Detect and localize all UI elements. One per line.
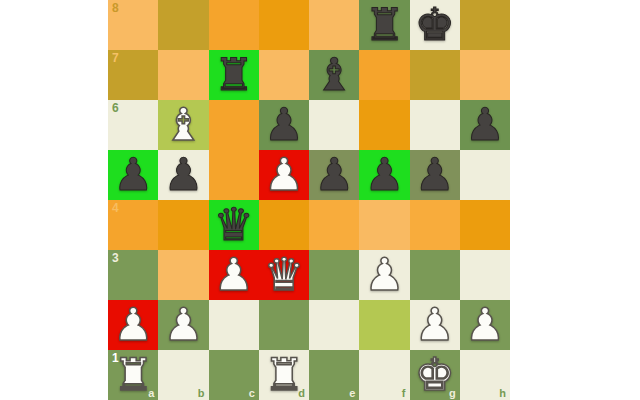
square-a4[interactable]: 4 [108,200,158,250]
square-b8[interactable] [158,0,208,50]
square-h2[interactable]: ♟ [460,300,510,350]
square-d3[interactable]: ♛ [259,250,309,300]
square-d8[interactable] [259,0,309,50]
chess-board: 8♜♚7♜♝6♝♟♟♟♟♟♟♟♟4♛3♟♛♟♟♟♟♟1a♜bcd♜efg♚h [108,0,510,400]
square-g5[interactable]: ♟ [410,150,460,200]
square-a7[interactable]: 7 [108,50,158,100]
square-f6[interactable] [359,100,409,150]
square-e2[interactable] [309,300,359,350]
square-d7[interactable] [259,50,309,100]
square-f3[interactable]: ♟ [359,250,409,300]
square-a6[interactable]: 6 [108,100,158,150]
black-pawn-f5[interactable]: ♟ [364,150,404,200]
square-h1[interactable]: h [460,350,510,400]
black-pawn-e5[interactable]: ♟ [314,150,354,200]
white-pawn-f3[interactable]: ♟ [364,250,404,300]
square-h7[interactable] [460,50,510,100]
square-f8[interactable]: ♜ [359,0,409,50]
rank-label-7: 7 [112,52,119,65]
square-e6[interactable] [309,100,359,150]
black-pawn-d6[interactable]: ♟ [264,100,304,150]
black-pawn-g5[interactable]: ♟ [414,150,454,200]
black-pawn-b5[interactable]: ♟ [163,150,203,200]
rank-label-6: 6 [112,102,119,115]
file-label-c: c [249,387,255,399]
square-h8[interactable] [460,0,510,50]
square-d6[interactable]: ♟ [259,100,309,150]
square-a8[interactable]: 8 [108,0,158,50]
black-queen-c4[interactable]: ♛ [213,200,253,250]
black-rook-c7[interactable]: ♜ [213,50,253,100]
square-d5[interactable]: ♟ [259,150,309,200]
square-a5[interactable]: ♟ [108,150,158,200]
square-b6[interactable]: ♝ [158,100,208,150]
square-a3[interactable]: 3 [108,250,158,300]
square-c1[interactable]: c [209,350,259,400]
black-king-g8[interactable]: ♚ [414,0,454,50]
square-c4[interactable]: ♛ [209,200,259,250]
square-e1[interactable]: e [309,350,359,400]
square-f5[interactable]: ♟ [359,150,409,200]
square-b1[interactable]: b [158,350,208,400]
file-label-b: b [198,387,205,399]
square-a1[interactable]: 1a♜ [108,350,158,400]
file-label-h: h [499,387,506,399]
file-label-e: e [349,387,355,399]
square-h4[interactable] [460,200,510,250]
white-rook-d1[interactable]: ♜ [264,350,304,400]
square-g1[interactable]: g♚ [410,350,460,400]
square-b2[interactable]: ♟ [158,300,208,350]
square-h3[interactable] [460,250,510,300]
square-b4[interactable] [158,200,208,250]
white-pawn-a2[interactable]: ♟ [113,300,153,350]
white-queen-d3[interactable]: ♛ [264,250,304,300]
black-bishop-e7[interactable]: ♝ [314,50,354,100]
square-g8[interactable]: ♚ [410,0,460,50]
square-f2[interactable] [359,300,409,350]
white-pawn-d5[interactable]: ♟ [264,150,304,200]
white-pawn-g2[interactable]: ♟ [414,300,454,350]
rank-label-4: 4 [112,202,119,215]
square-d2[interactable] [259,300,309,350]
white-rook-a1[interactable]: ♜ [113,350,153,400]
black-pawn-h6[interactable]: ♟ [465,100,505,150]
square-c5[interactable] [209,150,259,200]
square-c7[interactable]: ♜ [209,50,259,100]
square-g7[interactable] [410,50,460,100]
white-pawn-b2[interactable]: ♟ [163,300,203,350]
white-pawn-c3[interactable]: ♟ [213,250,253,300]
square-b7[interactable] [158,50,208,100]
file-label-f: f [402,387,406,399]
square-f1[interactable]: f [359,350,409,400]
square-g3[interactable] [410,250,460,300]
square-g4[interactable] [410,200,460,250]
square-c6[interactable] [209,100,259,150]
black-rook-f8[interactable]: ♜ [364,0,404,50]
square-g2[interactable]: ♟ [410,300,460,350]
square-e3[interactable] [309,250,359,300]
square-f4[interactable] [359,200,409,250]
white-bishop-b6[interactable]: ♝ [163,100,203,150]
black-pawn-a5[interactable]: ♟ [113,150,153,200]
square-c3[interactable]: ♟ [209,250,259,300]
square-c8[interactable] [209,0,259,50]
square-f7[interactable] [359,50,409,100]
rank-label-8: 8 [112,2,119,15]
square-h6[interactable]: ♟ [460,100,510,150]
white-king-g1[interactable]: ♚ [414,350,454,400]
square-e8[interactable] [309,0,359,50]
square-e7[interactable]: ♝ [309,50,359,100]
square-h5[interactable] [460,150,510,200]
square-b5[interactable]: ♟ [158,150,208,200]
square-d1[interactable]: d♜ [259,350,309,400]
square-g6[interactable] [410,100,460,150]
square-b3[interactable] [158,250,208,300]
square-d4[interactable] [259,200,309,250]
square-e4[interactable] [309,200,359,250]
square-c2[interactable] [209,300,259,350]
square-a2[interactable]: ♟ [108,300,158,350]
white-pawn-h2[interactable]: ♟ [465,300,505,350]
rank-label-3: 3 [112,252,119,265]
square-e5[interactable]: ♟ [309,150,359,200]
